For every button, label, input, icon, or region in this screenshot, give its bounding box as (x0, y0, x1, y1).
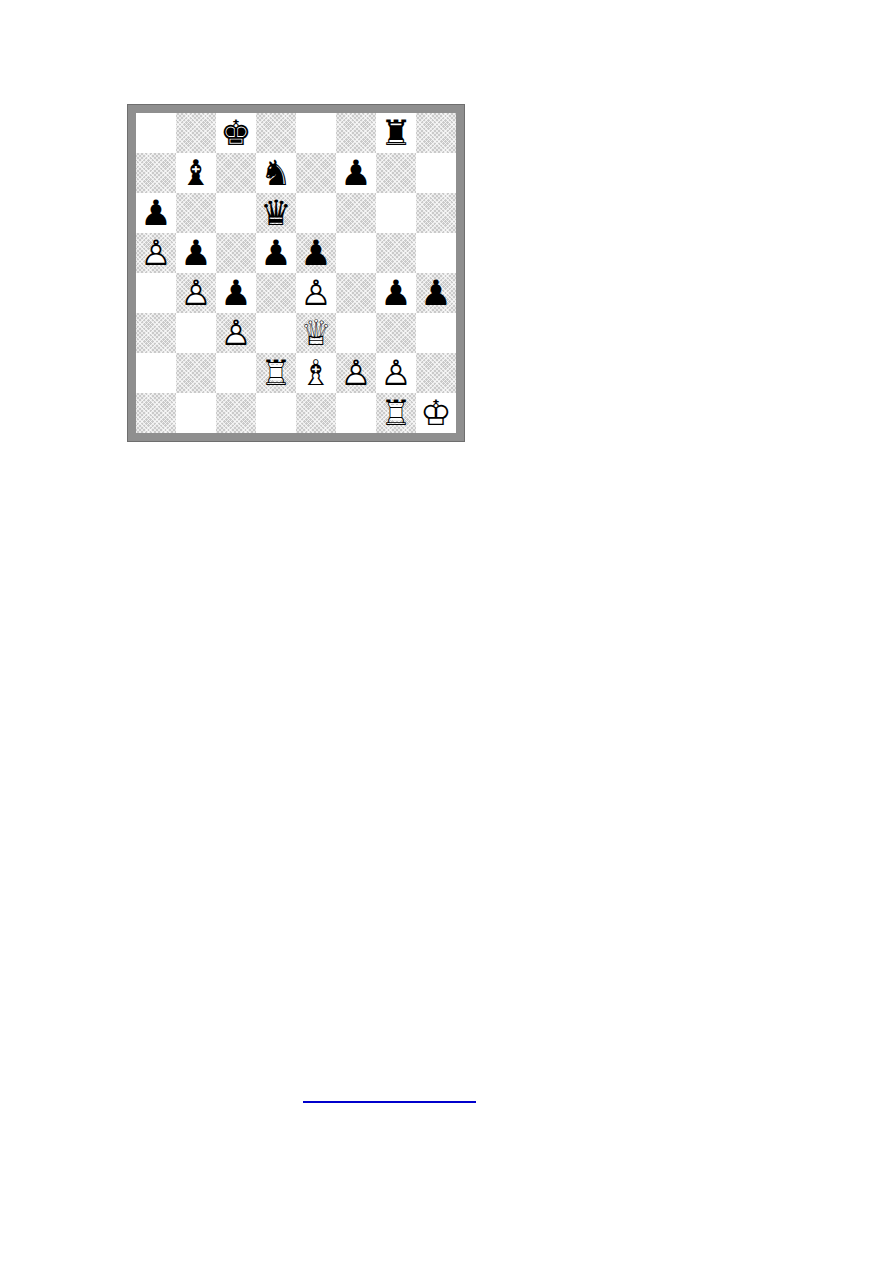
square-c7 (216, 153, 256, 193)
square-d8 (256, 113, 296, 153)
square-g3 (376, 313, 416, 353)
square-c4: ♟ (216, 273, 256, 313)
square-g1: ♜♖ (376, 393, 416, 433)
piece-outline: ♙ (136, 233, 176, 273)
square-f8 (336, 113, 376, 153)
square-d1 (256, 393, 296, 433)
piece-outline: ♗ (296, 353, 336, 393)
square-g6 (376, 193, 416, 233)
piece-glyph: ♟ (176, 233, 216, 273)
piece-glyph: ♟ (136, 193, 176, 233)
piece-white-bishop: ♝♗ (296, 353, 336, 393)
square-d4 (256, 273, 296, 313)
piece-outline: ♔ (416, 393, 456, 433)
square-d7: ♞ (256, 153, 296, 193)
square-e1 (296, 393, 336, 433)
piece-outline: ♙ (296, 273, 336, 313)
piece-black-knight: ♞ (256, 153, 296, 193)
square-f6 (336, 193, 376, 233)
square-a2 (136, 353, 176, 393)
piece-black-king: ♚ (216, 113, 256, 153)
square-e5: ♟ (296, 233, 336, 273)
chess-board: ♚♜♝♞♟♟♛♟♙♟♟♟♟♙♟♟♙♟♟♟♙♛♕♜♖♝♗♟♙♟♙♜♖♚♔ (128, 105, 464, 441)
square-e8 (296, 113, 336, 153)
piece-glyph: ♜ (376, 113, 416, 153)
document-page: { "game": "chess", "position": { "fen": … (0, 0, 893, 1263)
piece-outline: ♙ (216, 313, 256, 353)
piece-glyph: ♟ (376, 273, 416, 313)
link-underline[interactable] (303, 1101, 476, 1103)
square-g2: ♟♙ (376, 353, 416, 393)
piece-black-pawn: ♟ (336, 153, 376, 193)
piece-outline: ♕ (296, 313, 336, 353)
square-g7 (376, 153, 416, 193)
square-e2: ♝♗ (296, 353, 336, 393)
square-e6 (296, 193, 336, 233)
square-h3 (416, 313, 456, 353)
square-b6 (176, 193, 216, 233)
piece-outline: ♖ (256, 353, 296, 393)
square-b5: ♟ (176, 233, 216, 273)
square-f7: ♟ (336, 153, 376, 193)
piece-outline: ♖ (376, 393, 416, 433)
piece-glyph: ♟ (216, 273, 256, 313)
piece-black-bishop: ♝ (176, 153, 216, 193)
square-f4 (336, 273, 376, 313)
piece-white-pawn: ♟♙ (216, 313, 256, 353)
square-a5: ♟♙ (136, 233, 176, 273)
piece-glyph: ♞ (256, 153, 296, 193)
square-c3: ♟♙ (216, 313, 256, 353)
square-c8: ♚ (216, 113, 256, 153)
piece-glyph: ♟ (256, 233, 296, 273)
square-c1 (216, 393, 256, 433)
square-h2 (416, 353, 456, 393)
piece-black-pawn: ♟ (256, 233, 296, 273)
piece-white-pawn: ♟♙ (296, 273, 336, 313)
square-a3 (136, 313, 176, 353)
piece-outline: ♙ (376, 353, 416, 393)
piece-black-pawn: ♟ (416, 273, 456, 313)
square-g4: ♟ (376, 273, 416, 313)
square-f1 (336, 393, 376, 433)
square-e4: ♟♙ (296, 273, 336, 313)
piece-glyph: ♛ (256, 193, 296, 233)
piece-white-rook: ♜♖ (376, 393, 416, 433)
square-f5 (336, 233, 376, 273)
square-h5 (416, 233, 456, 273)
piece-white-pawn: ♟♙ (176, 273, 216, 313)
square-b3 (176, 313, 216, 353)
square-a4 (136, 273, 176, 313)
chess-board-grid: ♚♜♝♞♟♟♛♟♙♟♟♟♟♙♟♟♙♟♟♟♙♛♕♜♖♝♗♟♙♟♙♜♖♚♔ (136, 113, 456, 433)
piece-glyph: ♟ (296, 233, 336, 273)
piece-white-pawn: ♟♙ (336, 353, 376, 393)
square-a6: ♟ (136, 193, 176, 233)
square-a8 (136, 113, 176, 153)
square-g8: ♜ (376, 113, 416, 153)
piece-black-pawn: ♟ (296, 233, 336, 273)
piece-black-pawn: ♟ (376, 273, 416, 313)
square-a1 (136, 393, 176, 433)
square-e7 (296, 153, 336, 193)
square-b4: ♟♙ (176, 273, 216, 313)
square-d5: ♟ (256, 233, 296, 273)
square-c2 (216, 353, 256, 393)
square-b8 (176, 113, 216, 153)
piece-glyph: ♟ (416, 273, 456, 313)
piece-black-queen: ♛ (256, 193, 296, 233)
square-b1 (176, 393, 216, 433)
piece-white-king: ♚♔ (416, 393, 456, 433)
square-g5 (376, 233, 416, 273)
square-a7 (136, 153, 176, 193)
piece-black-rook: ♜ (376, 113, 416, 153)
square-h7 (416, 153, 456, 193)
square-d3 (256, 313, 296, 353)
square-h4: ♟ (416, 273, 456, 313)
square-h1: ♚♔ (416, 393, 456, 433)
square-f2: ♟♙ (336, 353, 376, 393)
piece-outline: ♙ (336, 353, 376, 393)
piece-white-pawn: ♟♙ (376, 353, 416, 393)
square-e3: ♛♕ (296, 313, 336, 353)
piece-white-pawn: ♟♙ (136, 233, 176, 273)
piece-outline: ♙ (176, 273, 216, 313)
square-h8 (416, 113, 456, 153)
square-b2 (176, 353, 216, 393)
piece-black-pawn: ♟ (176, 233, 216, 273)
piece-black-pawn: ♟ (136, 193, 176, 233)
square-d6: ♛ (256, 193, 296, 233)
square-b7: ♝ (176, 153, 216, 193)
piece-white-rook: ♜♖ (256, 353, 296, 393)
piece-glyph: ♟ (336, 153, 376, 193)
square-c6 (216, 193, 256, 233)
piece-black-pawn: ♟ (216, 273, 256, 313)
piece-white-queen: ♛♕ (296, 313, 336, 353)
square-f3 (336, 313, 376, 353)
piece-glyph: ♝ (176, 153, 216, 193)
square-c5 (216, 233, 256, 273)
piece-glyph: ♚ (216, 113, 256, 153)
square-d2: ♜♖ (256, 353, 296, 393)
square-h6 (416, 193, 456, 233)
